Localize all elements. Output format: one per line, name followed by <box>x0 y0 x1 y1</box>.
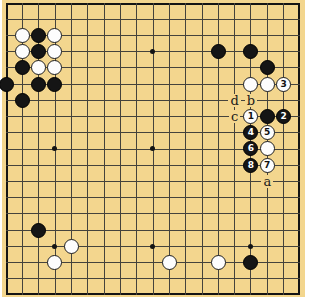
letter-label-cell: b <box>243 92 259 108</box>
hoshi-point <box>47 238 63 254</box>
black-stone <box>243 44 258 59</box>
black-stone <box>15 60 30 75</box>
white-stone <box>14 44 30 60</box>
hoshi-dot <box>150 146 155 151</box>
white-stone <box>259 76 275 92</box>
black-stone <box>210 44 226 60</box>
white-stone <box>47 27 63 43</box>
black-stone <box>260 109 275 124</box>
white-stone <box>243 76 259 92</box>
black-stone <box>31 27 47 43</box>
white-stone <box>243 77 258 92</box>
white-stone <box>31 60 46 75</box>
white-stone: 5 <box>260 125 275 140</box>
black-stone <box>31 76 47 92</box>
white-stone: 3 <box>275 76 291 92</box>
white-stone: 1 <box>243 109 258 124</box>
hoshi-dot <box>52 244 57 249</box>
black-stone: 4 <box>243 125 259 141</box>
white-stone <box>64 239 79 254</box>
hoshi-dot <box>52 146 57 151</box>
black-stone <box>259 60 275 76</box>
black-stone <box>31 222 47 238</box>
move-number: 1 <box>248 112 254 121</box>
move-number: 6 <box>248 144 254 153</box>
white-stone <box>211 255 226 270</box>
hoshi-dot <box>150 244 155 249</box>
black-stone <box>31 44 46 59</box>
white-stone: 1 <box>243 108 259 124</box>
white-stone <box>47 254 63 270</box>
hoshi-point <box>145 238 161 254</box>
black-stone <box>15 93 30 108</box>
hoshi-point <box>243 238 259 254</box>
letter-label: d <box>228 94 240 107</box>
black-stone <box>243 254 259 270</box>
letter-label: a <box>261 175 273 188</box>
black-stone: 2 <box>276 109 291 124</box>
letter-label-cell: d <box>226 92 242 108</box>
black-stone <box>47 76 63 92</box>
black-stone <box>243 44 259 60</box>
move-number: 8 <box>248 161 254 170</box>
go-diagram: 31245687abcd <box>0 0 309 300</box>
black-stone <box>14 60 30 76</box>
hoshi-point <box>145 44 161 60</box>
white-stone <box>47 28 62 43</box>
white-stone <box>260 77 275 92</box>
black-stone <box>31 223 46 238</box>
white-stone <box>210 254 226 270</box>
black-stone: 2 <box>275 108 291 124</box>
white-stone <box>15 28 30 43</box>
white-stone <box>47 255 62 270</box>
black-stone <box>0 77 14 92</box>
black-stone <box>259 108 275 124</box>
black-stone: 8 <box>243 158 258 173</box>
white-stone: 7 <box>260 158 275 173</box>
white-stone <box>260 141 275 156</box>
letter-label-cell: c <box>226 108 242 124</box>
move-number: 3 <box>280 80 286 89</box>
black-stone <box>211 44 226 59</box>
black-stone: 4 <box>243 125 258 140</box>
white-stone: 3 <box>276 77 291 92</box>
black-stone <box>31 28 46 43</box>
move-number: 2 <box>280 112 286 121</box>
black-stone: 6 <box>243 141 259 157</box>
hoshi-point <box>47 141 63 157</box>
black-stone <box>260 60 275 75</box>
white-stone <box>15 44 30 59</box>
white-stone <box>63 238 79 254</box>
white-stone <box>161 254 177 270</box>
white-stone: 5 <box>259 125 275 141</box>
hoshi-dot <box>248 244 253 249</box>
black-stone <box>31 77 46 92</box>
black-stone <box>0 76 14 92</box>
hoshi-point <box>145 141 161 157</box>
white-stone <box>14 27 30 43</box>
white-stone: 7 <box>259 157 275 173</box>
white-stone <box>259 141 275 157</box>
letter-label-cell: a <box>259 173 275 189</box>
move-number: 5 <box>264 128 270 137</box>
white-stone <box>47 60 63 76</box>
white-stone <box>47 44 63 60</box>
black-stone <box>47 77 62 92</box>
black-stone <box>243 255 258 270</box>
black-stone: 8 <box>243 157 259 173</box>
black-stone: 6 <box>243 141 258 156</box>
white-stone <box>47 60 62 75</box>
black-stone <box>31 44 47 60</box>
white-stone <box>162 255 177 270</box>
black-stone <box>14 92 30 108</box>
board-stones-layer: 31245687abcd <box>0 0 308 300</box>
white-stone <box>31 60 47 76</box>
hoshi-dot <box>150 49 155 54</box>
move-number: 4 <box>248 128 254 137</box>
letter-label: c <box>229 110 240 123</box>
letter-label: b <box>245 94 257 107</box>
move-number: 7 <box>264 161 270 170</box>
white-stone <box>47 44 62 59</box>
